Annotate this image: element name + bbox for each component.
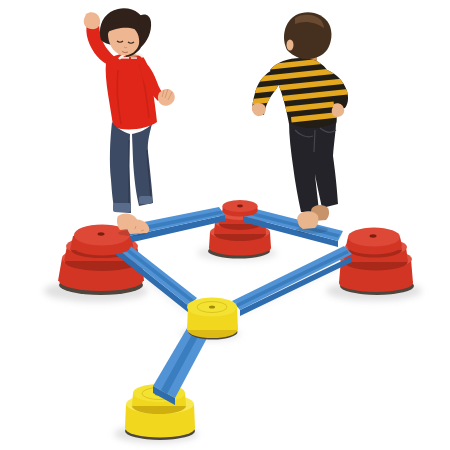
boy-ear (287, 40, 294, 51)
product-photo (0, 0, 450, 450)
balance-course-scene (0, 0, 450, 450)
hub-stone-south (187, 298, 238, 340)
girl-jean-cuff-right (139, 196, 152, 204)
east-stone-top (346, 228, 402, 255)
girl-jean-cuff-left (113, 203, 131, 212)
north-stone-disc (223, 200, 258, 217)
boy-foot-left (297, 211, 318, 229)
girl-jeans-left-leg (110, 122, 131, 213)
